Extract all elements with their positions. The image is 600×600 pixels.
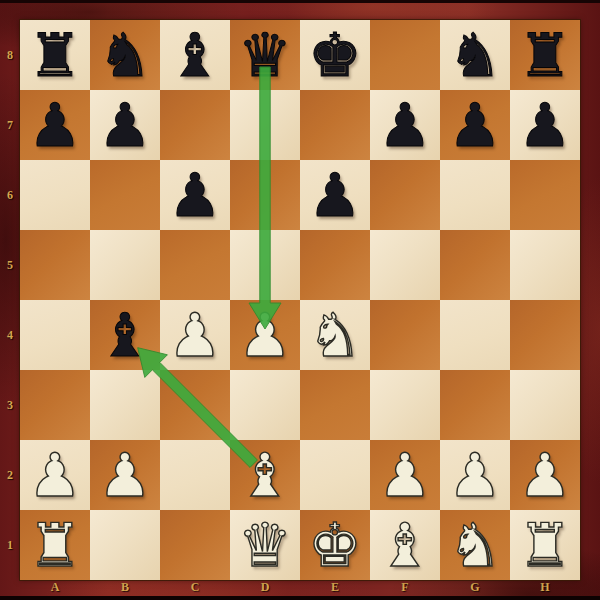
piece-white-bishop-f1[interactable]: ♝ xyxy=(370,510,440,580)
square-g3[interactable] xyxy=(440,370,510,440)
square-h7[interactable]: ♟ xyxy=(510,90,580,160)
rank-label-2: 2 xyxy=(0,440,20,510)
piece-white-king-e1[interactable]: ♚ xyxy=(300,510,370,580)
piece-black-king-e8[interactable]: ♚ xyxy=(300,20,370,90)
piece-black-pawn-g7[interactable]: ♟ xyxy=(440,90,510,160)
chess-board[interactable]: ♜♞♝♛♚♞♜♟♟♟♟♟♟♟♝♟♟♞♟♟♝♟♟♟♜♛♚♝♞♜ xyxy=(20,20,580,580)
square-h6[interactable] xyxy=(510,160,580,230)
piece-black-rook-h8[interactable]: ♜ xyxy=(510,20,580,90)
square-f2[interactable]: ♟ xyxy=(370,440,440,510)
square-g7[interactable]: ♟ xyxy=(440,90,510,160)
square-g1[interactable]: ♞ xyxy=(440,510,510,580)
piece-white-knight-e4[interactable]: ♞ xyxy=(300,300,370,370)
square-g6[interactable] xyxy=(440,160,510,230)
rank-label-5: 5 xyxy=(0,230,20,300)
square-a4[interactable] xyxy=(20,300,90,370)
file-label-a: A xyxy=(20,579,90,596)
square-a5[interactable] xyxy=(20,230,90,300)
piece-white-pawn-b2[interactable]: ♟ xyxy=(90,440,160,510)
square-f4[interactable] xyxy=(370,300,440,370)
piece-black-pawn-h7[interactable]: ♟ xyxy=(510,90,580,160)
square-b3[interactable] xyxy=(90,370,160,440)
rank-label-8: 8 xyxy=(0,20,20,90)
piece-black-pawn-e6[interactable]: ♟ xyxy=(300,160,370,230)
square-b8[interactable]: ♞ xyxy=(90,20,160,90)
file-label-d: D xyxy=(230,579,300,596)
rank-labels: 87654321 xyxy=(0,20,20,580)
square-c3[interactable] xyxy=(160,370,230,440)
piece-black-rook-a8[interactable]: ♜ xyxy=(20,20,90,90)
square-b1[interactable] xyxy=(90,510,160,580)
chessboard-window: 87654321 ABCDEFGH ♜♞♝♛♚♞♜♟♟♟♟♟♟♟♝♟♟♞♟♟♝♟… xyxy=(0,0,600,600)
square-d1[interactable]: ♛ xyxy=(230,510,300,580)
piece-black-pawn-f7[interactable]: ♟ xyxy=(370,90,440,160)
piece-white-pawn-g2[interactable]: ♟ xyxy=(440,440,510,510)
square-a1[interactable]: ♜ xyxy=(20,510,90,580)
piece-white-pawn-d4[interactable]: ♟ xyxy=(230,300,300,370)
piece-white-pawn-f2[interactable]: ♟ xyxy=(370,440,440,510)
piece-white-rook-a1[interactable]: ♜ xyxy=(20,510,90,580)
square-f7[interactable]: ♟ xyxy=(370,90,440,160)
square-c5[interactable] xyxy=(160,230,230,300)
square-a7[interactable]: ♟ xyxy=(20,90,90,160)
square-d6[interactable] xyxy=(230,160,300,230)
square-d8[interactable]: ♛ xyxy=(230,20,300,90)
square-d2[interactable]: ♝ xyxy=(230,440,300,510)
file-labels: ABCDEFGH xyxy=(20,579,580,596)
square-a8[interactable]: ♜ xyxy=(20,20,90,90)
square-f6[interactable] xyxy=(370,160,440,230)
file-label-c: C xyxy=(160,579,230,596)
piece-white-pawn-c4[interactable]: ♟ xyxy=(160,300,230,370)
piece-black-knight-g8[interactable]: ♞ xyxy=(440,20,510,90)
square-a6[interactable] xyxy=(20,160,90,230)
piece-white-bishop-d2[interactable]: ♝ xyxy=(230,440,300,510)
square-b4[interactable]: ♝ xyxy=(90,300,160,370)
square-b2[interactable]: ♟ xyxy=(90,440,160,510)
piece-black-pawn-b7[interactable]: ♟ xyxy=(90,90,160,160)
piece-white-queen-d1[interactable]: ♛ xyxy=(230,510,300,580)
square-g2[interactable]: ♟ xyxy=(440,440,510,510)
piece-black-pawn-c6[interactable]: ♟ xyxy=(160,160,230,230)
piece-black-pawn-a7[interactable]: ♟ xyxy=(20,90,90,160)
square-f5[interactable] xyxy=(370,230,440,300)
square-h1[interactable]: ♜ xyxy=(510,510,580,580)
rank-label-3: 3 xyxy=(0,370,20,440)
frame-top-edge xyxy=(0,0,600,3)
square-e5[interactable] xyxy=(300,230,370,300)
square-f1[interactable]: ♝ xyxy=(370,510,440,580)
rank-label-4: 4 xyxy=(0,300,20,370)
square-h4[interactable] xyxy=(510,300,580,370)
square-c6[interactable]: ♟ xyxy=(160,160,230,230)
square-g5[interactable] xyxy=(440,230,510,300)
square-c8[interactable]: ♝ xyxy=(160,20,230,90)
file-label-e: E xyxy=(300,579,370,596)
square-c7[interactable] xyxy=(160,90,230,160)
square-c4[interactable]: ♟ xyxy=(160,300,230,370)
file-label-h: H xyxy=(510,579,580,596)
file-label-g: G xyxy=(440,579,510,596)
square-b5[interactable] xyxy=(90,230,160,300)
piece-white-rook-h1[interactable]: ♜ xyxy=(510,510,580,580)
square-e2[interactable] xyxy=(300,440,370,510)
rank-label-7: 7 xyxy=(0,90,20,160)
square-e3[interactable] xyxy=(300,370,370,440)
piece-black-knight-b8[interactable]: ♞ xyxy=(90,20,160,90)
square-a2[interactable]: ♟ xyxy=(20,440,90,510)
square-e7[interactable] xyxy=(300,90,370,160)
piece-black-bishop-c8[interactable]: ♝ xyxy=(160,20,230,90)
square-b7[interactable]: ♟ xyxy=(90,90,160,160)
piece-black-queen-d8[interactable]: ♛ xyxy=(230,20,300,90)
square-f3[interactable] xyxy=(370,370,440,440)
file-label-b: B xyxy=(90,579,160,596)
piece-black-bishop-b4[interactable]: ♝ xyxy=(90,300,160,370)
square-d7[interactable] xyxy=(230,90,300,160)
square-d4[interactable]: ♟ xyxy=(230,300,300,370)
square-d3[interactable] xyxy=(230,370,300,440)
piece-white-pawn-a2[interactable]: ♟ xyxy=(20,440,90,510)
square-h3[interactable] xyxy=(510,370,580,440)
square-h5[interactable] xyxy=(510,230,580,300)
square-a3[interactable] xyxy=(20,370,90,440)
square-f8[interactable] xyxy=(370,20,440,90)
rank-label-6: 6 xyxy=(0,160,20,230)
frame-bottom-edge xyxy=(0,596,600,600)
square-c1[interactable] xyxy=(160,510,230,580)
square-g8[interactable]: ♞ xyxy=(440,20,510,90)
square-e6[interactable]: ♟ xyxy=(300,160,370,230)
square-e8[interactable]: ♚ xyxy=(300,20,370,90)
square-d5[interactable] xyxy=(230,230,300,300)
square-c2[interactable] xyxy=(160,440,230,510)
file-label-f: F xyxy=(370,579,440,596)
piece-white-knight-g1[interactable]: ♞ xyxy=(440,510,510,580)
rank-label-1: 1 xyxy=(0,510,20,580)
square-g4[interactable] xyxy=(440,300,510,370)
square-h8[interactable]: ♜ xyxy=(510,20,580,90)
square-e4[interactable]: ♞ xyxy=(300,300,370,370)
piece-white-pawn-h2[interactable]: ♟ xyxy=(510,440,580,510)
square-b6[interactable] xyxy=(90,160,160,230)
square-e1[interactable]: ♚ xyxy=(300,510,370,580)
square-h2[interactable]: ♟ xyxy=(510,440,580,510)
